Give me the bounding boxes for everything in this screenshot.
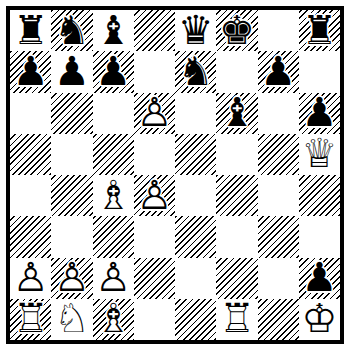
piece-glyph: ♟ [93,51,134,91]
chess-board: ♜♞♝♛♚♜♟♟♟♞♟♟♙♝♟♛♕♝♗♟♙♟♙♟♙♟♙♟♜♖♞♘♝♗♜♖♚♔ [10,10,340,340]
square-c7[interactable]: ♟ [93,51,134,92]
square-f6[interactable]: ♝ [216,93,257,134]
square-a7[interactable]: ♟ [10,51,51,92]
white-rook[interactable]: ♜♖ [216,299,257,340]
square-a2[interactable]: ♟♙ [10,258,51,299]
square-b1[interactable]: ♞♘ [51,299,92,340]
black-queen[interactable]: ♛ [175,10,216,51]
square-c5[interactable] [93,134,134,175]
square-g2[interactable] [258,258,299,299]
square-a5[interactable] [10,134,51,175]
black-pawn[interactable]: ♟ [51,51,92,92]
piece-glyph: ♝ [216,93,257,133]
square-a4[interactable] [10,175,51,216]
piece-glyph: ♛ [175,10,216,50]
square-d2[interactable] [134,258,175,299]
white-pawn[interactable]: ♟♙ [93,258,134,299]
square-h4[interactable] [299,175,340,216]
square-f5[interactable] [216,134,257,175]
square-b7[interactable]: ♟ [51,51,92,92]
square-g8[interactable] [258,10,299,51]
square-g6[interactable] [258,93,299,134]
piece-outline-layer: ♙ [93,258,134,298]
black-pawn[interactable]: ♟ [93,51,134,92]
piece-outline-layer: ♗ [93,175,134,215]
square-c1[interactable]: ♝♗ [93,299,134,340]
white-pawn[interactable]: ♟♙ [10,258,51,299]
square-h8[interactable]: ♜ [299,10,340,51]
piece-outline-layer: ♙ [134,93,175,133]
piece-glyph: ♟ [258,51,299,91]
square-h3[interactable] [299,216,340,257]
square-d3[interactable] [134,216,175,257]
black-king[interactable]: ♚ [216,10,257,51]
square-e4[interactable] [175,175,216,216]
square-g3[interactable] [258,216,299,257]
square-d6[interactable]: ♟♙ [134,93,175,134]
piece-glyph: ♜ [299,10,340,50]
black-pawn[interactable]: ♟ [299,93,340,134]
white-pawn[interactable]: ♟♙ [134,93,175,134]
square-f7[interactable] [216,51,257,92]
square-h2[interactable]: ♟ [299,258,340,299]
white-pawn[interactable]: ♟♙ [51,258,92,299]
piece-glyph: ♟ [10,51,51,91]
black-bishop[interactable]: ♝ [216,93,257,134]
piece-outline-layer: ♖ [216,299,257,339]
piece-outline-layer: ♙ [10,258,51,298]
square-f4[interactable] [216,175,257,216]
white-king[interactable]: ♚♔ [299,299,340,340]
piece-glyph: ♞ [175,51,216,91]
square-b5[interactable] [51,134,92,175]
white-queen[interactable]: ♛♕ [299,134,340,175]
piece-glyph: ♟ [299,258,340,298]
square-c4[interactable]: ♝♗ [93,175,134,216]
square-g5[interactable] [258,134,299,175]
square-a8[interactable]: ♜ [10,10,51,51]
square-b4[interactable] [51,175,92,216]
piece-glyph: ♝ [93,10,134,50]
black-bishop[interactable]: ♝ [93,10,134,51]
black-pawn[interactable]: ♟ [10,51,51,92]
white-knight[interactable]: ♞♘ [51,299,92,340]
square-d1[interactable] [134,299,175,340]
square-f3[interactable] [216,216,257,257]
white-bishop[interactable]: ♝♗ [93,175,134,216]
square-c2[interactable]: ♟♙ [93,258,134,299]
square-c3[interactable] [93,216,134,257]
board-border: ♜♞♝♛♚♜♟♟♟♞♟♟♙♝♟♛♕♝♗♟♙♟♙♟♙♟♙♟♜♖♞♘♝♗♜♖♚♔ [6,6,344,344]
square-h7[interactable] [299,51,340,92]
square-g7[interactable]: ♟ [258,51,299,92]
piece-glyph: ♚ [216,10,257,50]
piece-outline-layer: ♘ [51,299,92,339]
piece-outline-layer: ♕ [299,134,340,174]
white-pawn[interactable]: ♟♙ [134,175,175,216]
piece-outline-layer: ♔ [299,299,340,339]
square-e2[interactable] [175,258,216,299]
square-d7[interactable] [134,51,175,92]
black-rook[interactable]: ♜ [10,10,51,51]
square-f1[interactable]: ♜♖ [216,299,257,340]
square-h1[interactable]: ♚♔ [299,299,340,340]
square-a6[interactable] [10,93,51,134]
square-d8[interactable] [134,10,175,51]
white-bishop[interactable]: ♝♗ [93,299,134,340]
black-rook[interactable]: ♜ [299,10,340,51]
piece-outline-layer: ♗ [93,299,134,339]
square-b6[interactable] [51,93,92,134]
square-e6[interactable] [175,93,216,134]
square-a1[interactable]: ♜♖ [10,299,51,340]
square-f8[interactable]: ♚ [216,10,257,51]
piece-glyph: ♜ [10,10,51,50]
black-pawn[interactable]: ♟ [299,258,340,299]
black-pawn[interactable]: ♟ [258,51,299,92]
square-e8[interactable]: ♛ [175,10,216,51]
black-knight[interactable]: ♞ [175,51,216,92]
piece-glyph: ♞ [51,10,92,50]
square-e1[interactable] [175,299,216,340]
square-e3[interactable] [175,216,216,257]
chess-diagram-page: ♜♞♝♛♚♜♟♟♟♞♟♟♙♝♟♛♕♝♗♟♙♟♙♟♙♟♙♟♜♖♞♘♝♗♜♖♚♔ [0,0,350,350]
square-g4[interactable] [258,175,299,216]
black-knight[interactable]: ♞ [51,10,92,51]
square-h5[interactable]: ♛♕ [299,134,340,175]
square-f2[interactable] [216,258,257,299]
piece-outline-layer: ♙ [134,175,175,215]
square-g1[interactable] [258,299,299,340]
square-b2[interactable]: ♟♙ [51,258,92,299]
square-b8[interactable]: ♞ [51,10,92,51]
piece-outline-layer: ♙ [51,258,92,298]
square-d4[interactable]: ♟♙ [134,175,175,216]
square-c6[interactable] [93,93,134,134]
square-b3[interactable] [51,216,92,257]
square-e5[interactable] [175,134,216,175]
piece-outline-layer: ♖ [10,299,51,339]
square-a3[interactable] [10,216,51,257]
piece-glyph: ♟ [299,93,340,133]
piece-glyph: ♟ [51,51,92,91]
white-rook[interactable]: ♜♖ [10,299,51,340]
square-h6[interactable]: ♟ [299,93,340,134]
square-e7[interactable]: ♞ [175,51,216,92]
square-c8[interactable]: ♝ [93,10,134,51]
square-d5[interactable] [134,134,175,175]
